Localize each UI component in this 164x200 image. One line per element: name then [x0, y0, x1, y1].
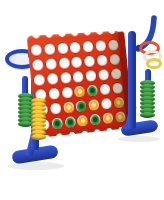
green-disc-hole: [90, 113, 101, 125]
empty-hole: [44, 43, 56, 55]
orange-disc: [114, 97, 123, 107]
orange-disc: [103, 113, 112, 123]
orange-disc: [64, 102, 74, 113]
empty-hole: [59, 57, 70, 69]
empty-hole: [83, 41, 94, 53]
empty-hole: [112, 82, 123, 94]
orange-disc-hole: [63, 101, 74, 113]
empty-hole: [45, 58, 57, 70]
orange-disc-hole: [102, 112, 113, 124]
empty-hole: [84, 55, 95, 67]
empty-hole: [32, 59, 44, 71]
empty-hole: [73, 71, 84, 83]
orange-disc-hole: [88, 99, 99, 111]
toss-ring-yellow-icon: [146, 58, 162, 69]
empty-hole: [98, 69, 109, 81]
green-disc-hole: [64, 116, 75, 128]
orange-disc: [75, 86, 85, 97]
empty-hole: [86, 70, 97, 82]
empty-hole: [62, 87, 73, 99]
product-photo-giant-connect-four: [0, 0, 164, 200]
green-disc-hole: [87, 84, 98, 96]
empty-hole: [34, 74, 46, 86]
green-ring: [140, 112, 155, 118]
ring-stack-left-yellow: [31, 100, 46, 140]
empty-hole: [109, 54, 120, 66]
empty-hole: [70, 42, 81, 54]
orange-disc: [115, 112, 124, 122]
ground-shadow-right: [118, 136, 160, 142]
green-disc: [91, 114, 101, 125]
empty-hole: [57, 42, 68, 54]
empty-hole: [60, 72, 71, 84]
green-disc: [77, 101, 87, 112]
empty-hole: [49, 88, 61, 100]
orange-disc-hole: [115, 111, 126, 123]
orange-disc-hole: [77, 115, 88, 127]
empty-hole: [47, 73, 59, 85]
yellow-ring: [31, 134, 46, 140]
green-disc-hole: [76, 100, 87, 112]
orange-disc-hole: [74, 85, 85, 97]
green-disc: [65, 117, 75, 128]
orange-disc: [89, 100, 99, 110]
empty-hole: [110, 68, 121, 80]
empty-hole: [31, 44, 43, 56]
empty-hole: [97, 55, 108, 67]
orange-disc: [78, 115, 88, 126]
empty-hole: [71, 56, 82, 68]
frame-post-right: [128, 31, 136, 129]
empty-hole: [50, 102, 62, 114]
ring-stack-right-green: [140, 82, 155, 118]
empty-hole: [108, 39, 119, 51]
empty-hole: [95, 40, 106, 52]
green-disc: [52, 118, 62, 129]
green-disc-hole: [52, 117, 64, 129]
green-disc: [88, 85, 98, 95]
empty-hole: [101, 98, 112, 110]
empty-hole: [99, 83, 110, 95]
orange-disc-hole: [113, 97, 124, 109]
